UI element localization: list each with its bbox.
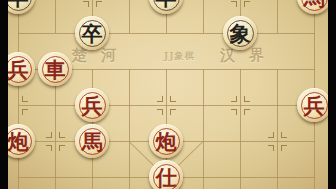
- grid-line: [55, 0, 56, 33]
- piece-glyph: 炮: [149, 124, 183, 158]
- grid-line: [277, 69, 278, 189]
- piece-glyph: 仕: [149, 160, 183, 189]
- piece-glyph: 車: [38, 52, 72, 86]
- grid-line: [18, 33, 315, 34]
- piece-glyph: 卒: [75, 16, 109, 50]
- piece-glyph: 馬: [297, 0, 328, 14]
- piece-red-cannon-e7[interactable]: 炮: [149, 124, 183, 158]
- app-watermark: JJ象棋: [164, 50, 195, 63]
- piece-red-soldier-c6[interactable]: 兵: [75, 88, 109, 122]
- piece-glyph: 象: [223, 16, 257, 50]
- piece-black-soldier-c4[interactable]: 卒: [75, 16, 109, 50]
- grid-line: [18, 0, 19, 189]
- piece-glyph: 卒: [149, 0, 183, 14]
- piece-black-soldier-a3[interactable]: 卒: [8, 0, 35, 14]
- letterbox-left: [0, 0, 8, 189]
- letterbox-right: [328, 0, 336, 189]
- piece-red-advisor-e8[interactable]: 仕: [149, 160, 183, 189]
- grid-line: [129, 0, 130, 33]
- grid-line: [129, 69, 130, 189]
- piece-red-chariot-b5[interactable]: 車: [38, 52, 72, 86]
- piece-glyph: 兵: [297, 88, 328, 122]
- xiangqi-board[interactable]: 楚河 JJ象棋 汉界 卒卒馬卒象兵車兵兵炮馬炮仕: [8, 0, 328, 189]
- piece-glyph: 馬: [75, 124, 109, 158]
- grid-line: [277, 0, 278, 33]
- piece-glyph: 兵: [8, 52, 35, 86]
- piece-red-horse-c7[interactable]: 馬: [75, 124, 109, 158]
- grid-line: [203, 69, 204, 189]
- grid-line: [240, 69, 241, 189]
- piece-glyph: 卒: [8, 0, 35, 14]
- piece-glyph: 炮: [8, 124, 35, 158]
- piece-glyph: 兵: [75, 88, 109, 122]
- piece-black-soldier-e3[interactable]: 卒: [149, 0, 183, 14]
- grid-line: [55, 69, 56, 189]
- piece-red-soldier-a5[interactable]: 兵: [8, 52, 35, 86]
- video-frame: 楚河 JJ象棋 汉界 卒卒馬卒象兵車兵兵炮馬炮仕: [0, 0, 336, 189]
- piece-red-horse-i3[interactable]: 馬: [297, 0, 328, 14]
- piece-red-cannon-a7[interactable]: 炮: [8, 124, 35, 158]
- piece-red-soldier-i6[interactable]: 兵: [297, 88, 328, 122]
- piece-black-elephant-g4[interactable]: 象: [223, 16, 257, 50]
- grid-line: [203, 0, 204, 33]
